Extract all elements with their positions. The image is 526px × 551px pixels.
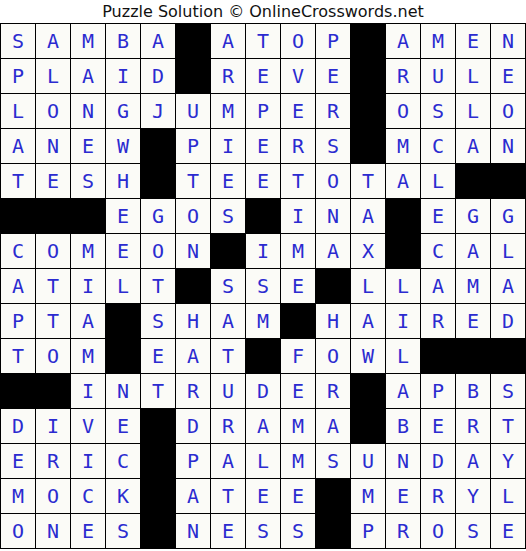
letter-cell: G: [456, 199, 491, 234]
letter-cell: E: [211, 164, 246, 199]
letter-cell: S: [421, 94, 456, 129]
letter-cell: M: [246, 304, 281, 339]
letter-cell: T: [491, 409, 526, 444]
letter-cell: E: [316, 59, 351, 94]
letter-cell: L: [246, 444, 281, 479]
letter-cell: E: [141, 339, 176, 374]
letter-cell: W: [106, 129, 141, 164]
black-cell: [351, 129, 386, 164]
black-cell: [351, 59, 386, 94]
letter-cell: R: [316, 94, 351, 129]
letter-cell: P: [316, 24, 351, 59]
letter-cell: E: [386, 479, 421, 514]
letter-cell: A: [141, 24, 176, 59]
letter-cell: A: [351, 199, 386, 234]
black-cell: [36, 374, 71, 409]
letter-cell: P: [176, 129, 211, 164]
black-cell: [491, 164, 526, 199]
letter-cell: P: [351, 514, 386, 549]
letter-cell: T: [141, 269, 176, 304]
black-cell: [316, 514, 351, 549]
letter-cell: E: [456, 304, 491, 339]
letter-cell: E: [246, 479, 281, 514]
letter-cell: O: [141, 234, 176, 269]
letter-cell: N: [491, 24, 526, 59]
letter-cell: C: [1, 234, 36, 269]
letter-cell: D: [421, 444, 456, 479]
letter-cell: L: [456, 59, 491, 94]
letter-cell: M: [1, 479, 36, 514]
letter-cell: T: [211, 339, 246, 374]
letter-cell: T: [281, 164, 316, 199]
letter-cell: N: [106, 374, 141, 409]
letter-cell: I: [71, 374, 106, 409]
letter-cell: D: [141, 59, 176, 94]
letter-cell: L: [456, 94, 491, 129]
letter-cell: M: [281, 409, 316, 444]
letter-cell: F: [281, 339, 316, 374]
letter-cell: O: [491, 94, 526, 129]
letter-cell: U: [211, 374, 246, 409]
black-cell: [36, 199, 71, 234]
letter-cell: L: [106, 269, 141, 304]
letter-cell: M: [281, 234, 316, 269]
letter-cell: H: [176, 304, 211, 339]
letter-cell: A: [176, 339, 211, 374]
letter-cell: K: [106, 479, 141, 514]
black-cell: [246, 339, 281, 374]
letter-cell: P: [176, 444, 211, 479]
letter-cell: N: [36, 514, 71, 549]
letter-cell: I: [386, 304, 421, 339]
letter-cell: V: [281, 59, 316, 94]
letter-cell: A: [456, 234, 491, 269]
letter-cell: T: [36, 304, 71, 339]
letter-cell: A: [211, 24, 246, 59]
black-cell: [71, 199, 106, 234]
letter-cell: T: [246, 24, 281, 59]
letter-cell: R: [211, 59, 246, 94]
letter-cell: L: [491, 479, 526, 514]
letter-cell: P: [246, 94, 281, 129]
letter-cell: V: [71, 409, 106, 444]
letter-cell: B: [386, 409, 421, 444]
letter-cell: A: [211, 444, 246, 479]
letter-cell: S: [1, 24, 36, 59]
letter-cell: I: [246, 234, 281, 269]
letter-cell: M: [281, 444, 316, 479]
letter-cell: A: [1, 129, 36, 164]
black-cell: [316, 269, 351, 304]
page-title: Puzzle Solution © OnlineCrosswords.net: [0, 0, 526, 23]
letter-cell: G: [141, 199, 176, 234]
letter-cell: S: [456, 514, 491, 549]
letter-cell: D: [491, 304, 526, 339]
letter-cell: L: [421, 164, 456, 199]
letter-cell: M: [351, 479, 386, 514]
black-cell: [246, 199, 281, 234]
black-cell: [141, 129, 176, 164]
letter-cell: O: [176, 199, 211, 234]
letter-cell: E: [281, 269, 316, 304]
letter-cell: S: [246, 269, 281, 304]
letter-cell: M: [211, 94, 246, 129]
letter-cell: A: [386, 164, 421, 199]
letter-cell: S: [281, 514, 316, 549]
letter-cell: N: [491, 129, 526, 164]
letter-cell: E: [246, 164, 281, 199]
letter-cell: L: [351, 269, 386, 304]
letter-cell: E: [36, 164, 71, 199]
black-cell: [1, 374, 36, 409]
letter-cell: S: [491, 374, 526, 409]
black-cell: [316, 479, 351, 514]
letter-cell: R: [211, 409, 246, 444]
letter-cell: E: [281, 374, 316, 409]
letter-cell: R: [386, 59, 421, 94]
letter-cell: E: [491, 59, 526, 94]
letter-cell: M: [71, 234, 106, 269]
letter-cell: E: [456, 24, 491, 59]
letter-cell: A: [421, 269, 456, 304]
letter-cell: S: [211, 199, 246, 234]
page: Puzzle Solution © OnlineCrosswords.net S…: [0, 0, 526, 551]
letter-cell: N: [316, 199, 351, 234]
letter-cell: D: [176, 409, 211, 444]
letter-cell: E: [71, 129, 106, 164]
letter-cell: A: [456, 444, 491, 479]
letter-cell: E: [281, 94, 316, 129]
black-cell: [421, 339, 456, 374]
letter-cell: L: [36, 59, 71, 94]
letter-cell: E: [246, 129, 281, 164]
black-cell: [106, 304, 141, 339]
letter-cell: A: [351, 304, 386, 339]
black-cell: [386, 234, 421, 269]
letter-cell: T: [1, 164, 36, 199]
letter-cell: A: [211, 304, 246, 339]
black-cell: [281, 304, 316, 339]
letter-cell: S: [141, 304, 176, 339]
letter-cell: S: [316, 444, 351, 479]
letter-cell: O: [281, 24, 316, 59]
letter-cell: E: [246, 59, 281, 94]
letter-cell: S: [71, 164, 106, 199]
letter-cell: Y: [491, 444, 526, 479]
letter-cell: M: [386, 129, 421, 164]
black-cell: [141, 444, 176, 479]
letter-cell: E: [281, 479, 316, 514]
letter-cell: G: [491, 199, 526, 234]
black-cell: [176, 24, 211, 59]
letter-cell: U: [176, 94, 211, 129]
letter-cell: T: [1, 339, 36, 374]
letter-cell: N: [386, 444, 421, 479]
letter-cell: I: [71, 444, 106, 479]
letter-cell: N: [71, 94, 106, 129]
letter-cell: C: [421, 234, 456, 269]
black-cell: [1, 199, 36, 234]
letter-cell: E: [106, 234, 141, 269]
letter-cell: O: [36, 479, 71, 514]
letter-cell: U: [421, 59, 456, 94]
letter-cell: O: [36, 234, 71, 269]
letter-cell: R: [281, 129, 316, 164]
letter-cell: T: [211, 479, 246, 514]
letter-cell: A: [316, 409, 351, 444]
letter-cell: O: [1, 514, 36, 549]
letter-cell: S: [316, 129, 351, 164]
letter-cell: W: [351, 339, 386, 374]
letter-cell: N: [176, 514, 211, 549]
black-cell: [351, 94, 386, 129]
letter-cell: O: [36, 339, 71, 374]
letter-cell: I: [36, 409, 71, 444]
letter-cell: U: [351, 444, 386, 479]
letter-cell: O: [386, 94, 421, 129]
letter-cell: I: [281, 199, 316, 234]
black-cell: [141, 164, 176, 199]
letter-cell: E: [211, 514, 246, 549]
letter-cell: A: [176, 479, 211, 514]
letter-cell: S: [211, 269, 246, 304]
letter-cell: R: [386, 514, 421, 549]
black-cell: [456, 164, 491, 199]
letter-cell: D: [1, 409, 36, 444]
letter-cell: A: [491, 269, 526, 304]
letter-cell: A: [71, 304, 106, 339]
letter-cell: S: [246, 514, 281, 549]
letter-cell: D: [246, 374, 281, 409]
letter-cell: M: [421, 24, 456, 59]
letter-cell: H: [316, 304, 351, 339]
letter-cell: I: [71, 269, 106, 304]
letter-cell: I: [211, 129, 246, 164]
letter-cell: R: [421, 479, 456, 514]
black-cell: [386, 199, 421, 234]
letter-cell: A: [386, 374, 421, 409]
letter-cell: T: [176, 164, 211, 199]
letter-cell: P: [1, 59, 36, 94]
black-cell: [141, 514, 176, 549]
black-cell: [141, 409, 176, 444]
letter-cell: C: [71, 479, 106, 514]
letter-cell: T: [351, 164, 386, 199]
letter-cell: M: [456, 269, 491, 304]
letter-cell: C: [106, 444, 141, 479]
letter-cell: N: [36, 129, 71, 164]
letter-cell: E: [1, 444, 36, 479]
black-cell: [176, 59, 211, 94]
letter-cell: A: [1, 269, 36, 304]
letter-cell: J: [141, 94, 176, 129]
letter-cell: P: [421, 374, 456, 409]
black-cell: [176, 269, 211, 304]
black-cell: [106, 339, 141, 374]
letter-cell: G: [106, 94, 141, 129]
letter-cell: O: [316, 164, 351, 199]
letter-cell: O: [421, 514, 456, 549]
letter-cell: Y: [456, 479, 491, 514]
letter-cell: R: [456, 409, 491, 444]
letter-cell: E: [491, 514, 526, 549]
letter-cell: L: [386, 339, 421, 374]
letter-cell: M: [71, 24, 106, 59]
letter-cell: A: [316, 234, 351, 269]
letter-cell: X: [351, 234, 386, 269]
letter-cell: B: [106, 24, 141, 59]
letter-cell: E: [106, 409, 141, 444]
black-cell: [211, 234, 246, 269]
letter-cell: O: [316, 339, 351, 374]
black-cell: [351, 24, 386, 59]
letter-cell: A: [456, 129, 491, 164]
letter-cell: S: [106, 514, 141, 549]
letter-cell: E: [421, 409, 456, 444]
letter-cell: L: [1, 94, 36, 129]
letter-cell: A: [36, 24, 71, 59]
letter-cell: L: [491, 234, 526, 269]
crossword-grid: SAMBAATOPAMENPLAIDREVERULELONGJUMPEROSLO…: [0, 23, 526, 549]
letter-cell: R: [176, 374, 211, 409]
letter-cell: T: [141, 374, 176, 409]
letter-cell: T: [36, 269, 71, 304]
letter-cell: A: [246, 409, 281, 444]
letter-cell: H: [106, 164, 141, 199]
black-cell: [141, 479, 176, 514]
letter-cell: E: [421, 199, 456, 234]
letter-cell: E: [106, 199, 141, 234]
black-cell: [351, 374, 386, 409]
letter-cell: N: [176, 234, 211, 269]
black-cell: [456, 339, 491, 374]
letter-cell: C: [421, 129, 456, 164]
black-cell: [491, 339, 526, 374]
letter-cell: B: [456, 374, 491, 409]
black-cell: [351, 409, 386, 444]
letter-cell: R: [316, 374, 351, 409]
letter-cell: A: [71, 59, 106, 94]
letter-cell: I: [106, 59, 141, 94]
letter-cell: E: [71, 514, 106, 549]
letter-cell: A: [386, 24, 421, 59]
letter-cell: R: [36, 444, 71, 479]
letter-cell: P: [1, 304, 36, 339]
letter-cell: R: [421, 304, 456, 339]
letter-cell: L: [386, 269, 421, 304]
letter-cell: M: [71, 339, 106, 374]
letter-cell: O: [36, 94, 71, 129]
